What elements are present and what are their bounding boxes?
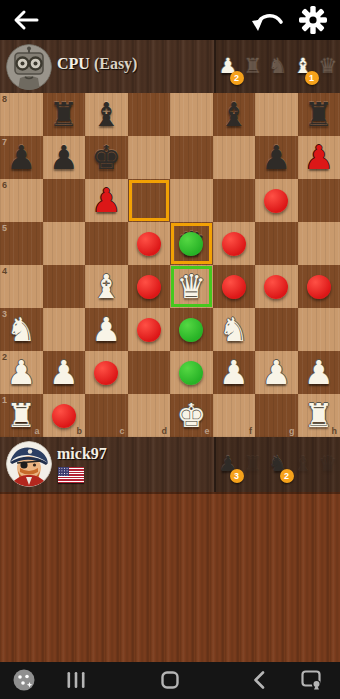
square-b8[interactable]: ♜ <box>43 93 86 136</box>
safe-move-dot <box>179 318 203 342</box>
player-name: mick97 <box>57 445 107 463</box>
rank-label: 4 <box>2 266 7 276</box>
rank-label: 6 <box>2 180 7 190</box>
black-pawn: ♟ <box>0 136 43 179</box>
file-label: g <box>289 426 295 436</box>
rank-label: 5 <box>2 223 7 233</box>
captured-queen-placeholder: ♛ <box>317 50 340 84</box>
square-e3[interactable] <box>170 308 213 351</box>
square-f3[interactable]: ♞ <box>213 308 256 351</box>
queen-icon: ♛ <box>319 454 338 475</box>
system-nav-bar <box>0 662 340 699</box>
square-a1[interactable]: ♜1a <box>0 394 43 437</box>
screen-touch-icon[interactable] <box>300 668 324 696</box>
back-nav-icon[interactable] <box>250 670 270 694</box>
white-king: ♚ <box>170 394 213 437</box>
square-a8[interactable]: 8 <box>0 93 43 136</box>
queen-icon: ♛ <box>319 56 338 77</box>
square-a7[interactable]: ♟7 <box>0 136 43 179</box>
rook-icon: ♜ <box>244 56 263 77</box>
captured-knight-placeholder: ♞ <box>267 50 290 84</box>
white-queen: ♛ <box>170 265 213 308</box>
square-c2[interactable] <box>85 351 128 394</box>
captured-bishop-placeholder: ♝ <box>292 448 315 482</box>
square-c6[interactable]: ♟ <box>85 179 128 222</box>
chess-board: 8♜♝♝♜♟7♟♚♟♟6♟5♛4♝♛♞3♟♞♟2♟♟♟♟♜1abcd♚efg♜h <box>0 93 340 437</box>
square-f8[interactable]: ♝ <box>213 93 256 136</box>
black-rook: ♜ <box>43 93 86 136</box>
captured-queen-placeholder: ♛ <box>317 448 340 482</box>
square-b5[interactable] <box>43 222 86 265</box>
square-h4[interactable] <box>298 265 340 308</box>
square-g7[interactable]: ♟ <box>255 136 298 179</box>
file-label: b <box>77 426 83 436</box>
white-pawn: ♟ <box>85 308 128 351</box>
square-e8[interactable] <box>170 93 213 136</box>
back-arrow-icon[interactable] <box>10 7 40 37</box>
square-d6[interactable] <box>128 179 171 222</box>
square-a6[interactable]: 6 <box>0 179 43 222</box>
square-f2[interactable]: ♟ <box>213 351 256 394</box>
recents-icon[interactable] <box>66 670 86 694</box>
square-g4[interactable] <box>255 265 298 308</box>
square-b7[interactable]: ♟ <box>43 136 86 179</box>
square-e2[interactable] <box>170 351 213 394</box>
unsafe-move-dot <box>137 318 161 342</box>
undo-icon[interactable] <box>250 6 286 38</box>
square-d2[interactable] <box>128 351 171 394</box>
unsafe-move-dot <box>137 275 161 299</box>
square-e6[interactable] <box>170 179 213 222</box>
square-d5[interactable] <box>128 222 171 265</box>
black-bishop: ♝ <box>85 93 128 136</box>
black-king: ♚ <box>85 136 128 179</box>
white-knight: ♞ <box>0 308 43 351</box>
square-a2[interactable]: ♟2 <box>0 351 43 394</box>
white-pawn: ♟ <box>255 351 298 394</box>
square-d7[interactable] <box>128 136 171 179</box>
captured-knight: ♞2 <box>267 448 290 482</box>
square-h6[interactable] <box>298 179 340 222</box>
us-flag-icon <box>58 467 84 483</box>
captured-pawn: ♟2 <box>217 50 240 84</box>
pirate-avatar <box>6 441 52 487</box>
unsafe-move-dot <box>264 189 288 213</box>
square-f5[interactable] <box>213 222 256 265</box>
white-pawn: ♟ <box>43 351 86 394</box>
square-g1[interactable]: g <box>255 394 298 437</box>
robot-avatar <box>6 44 52 90</box>
file-label: c <box>119 426 124 436</box>
square-h1[interactable]: ♜h <box>298 394 340 437</box>
black-rook: ♜ <box>298 93 340 136</box>
square-b6[interactable] <box>43 179 86 222</box>
square-d8[interactable] <box>128 93 171 136</box>
square-c4[interactable]: ♝ <box>85 265 128 308</box>
square-g8[interactable] <box>255 93 298 136</box>
square-h2[interactable]: ♟ <box>298 351 340 394</box>
square-f1[interactable]: f <box>213 394 256 437</box>
square-f6[interactable] <box>213 179 256 222</box>
opponent-name: CPU (Easy) <box>57 55 137 73</box>
captured-rook-placeholder: ♜ <box>242 448 265 482</box>
black-pawn: ♟ <box>85 179 128 222</box>
square-a3[interactable]: ♞3 <box>0 308 43 351</box>
square-h5[interactable] <box>298 222 340 265</box>
opponent-bar: CPU (Easy) ♟2♜♞♝1♛ <box>0 40 340 93</box>
square-b1[interactable]: b <box>43 394 86 437</box>
unsafe-move-dot <box>52 404 76 428</box>
square-h7[interactable]: ♟ <box>298 136 340 179</box>
square-c5[interactable] <box>85 222 128 265</box>
settings-gear-icon[interactable] <box>298 5 328 39</box>
square-a4[interactable]: 4 <box>0 265 43 308</box>
square-g6[interactable] <box>255 179 298 222</box>
black-pawn: ♟ <box>43 136 86 179</box>
square-d4[interactable] <box>128 265 171 308</box>
game-launcher-icon[interactable] <box>12 668 36 696</box>
white-rook: ♜ <box>298 394 340 437</box>
square-e4[interactable]: ♛ <box>170 265 213 308</box>
black-bishop: ♝ <box>213 93 256 136</box>
file-label: f <box>249 426 252 436</box>
unsafe-move-dot <box>307 275 331 299</box>
white-rook: ♜ <box>0 394 43 437</box>
square-c7[interactable]: ♚ <box>85 136 128 179</box>
square-d3[interactable] <box>128 308 171 351</box>
square-g3[interactable] <box>255 308 298 351</box>
square-b2[interactable]: ♟ <box>43 351 86 394</box>
square-b3[interactable] <box>43 308 86 351</box>
rank-label: 8 <box>2 94 7 104</box>
square-f4[interactable] <box>213 265 256 308</box>
bishop-icon: ♝ <box>294 454 313 475</box>
square-c1[interactable]: c <box>85 394 128 437</box>
captured-bishop: ♝1 <box>292 50 315 84</box>
square-f7[interactable] <box>213 136 256 179</box>
white-bishop: ♝ <box>85 265 128 308</box>
knight-icon: ♞ <box>269 56 288 77</box>
square-h8[interactable]: ♜ <box>298 93 340 136</box>
square-c3[interactable]: ♟ <box>85 308 128 351</box>
safe-move-dot <box>179 361 203 385</box>
opponent-level: (Easy) <box>94 55 138 72</box>
unsafe-move-dot <box>137 232 161 256</box>
captured-pawn: ♟3 <box>217 448 240 482</box>
square-d1[interactable]: d <box>128 394 171 437</box>
square-g2[interactable]: ♟ <box>255 351 298 394</box>
white-pawn: ♟ <box>298 351 340 394</box>
player-captured-tray: ♟3♜♞2♝♛ <box>214 437 340 492</box>
square-a5[interactable]: 5 <box>0 222 43 265</box>
square-e5[interactable]: ♛ <box>170 222 213 265</box>
unsafe-move-dot <box>94 361 118 385</box>
white-pawn: ♟ <box>213 351 256 394</box>
unsafe-move-dot <box>264 275 288 299</box>
square-e1[interactable]: ♚e <box>170 394 213 437</box>
square-c8[interactable]: ♝ <box>85 93 128 136</box>
black-pawn: ♟ <box>255 136 298 179</box>
square-e7[interactable] <box>170 136 213 179</box>
safe-move-dot <box>179 232 203 256</box>
white-pawn: ♟ <box>0 351 43 394</box>
unsafe-move-dot <box>222 275 246 299</box>
app-screen: CPU (Easy) ♟2♜♞♝1♛ 8♜♝♝♜♟7♟♚♟♟6♟5♛4♝♛♞3♟… <box>0 0 340 699</box>
opponent-captured-tray: ♟2♜♞♝1♛ <box>214 40 340 93</box>
square-g5[interactable] <box>255 222 298 265</box>
player-bar: mick97 ♟3♜♞2♝♛ <box>0 437 340 492</box>
file-label: d <box>162 426 168 436</box>
last-move-highlight <box>129 180 170 221</box>
unsafe-move-dot <box>222 232 246 256</box>
top-bar <box>0 0 340 40</box>
black-pawn: ♟ <box>298 136 340 179</box>
wood-background <box>0 492 340 662</box>
square-h3[interactable] <box>298 308 340 351</box>
square-b4[interactable] <box>43 265 86 308</box>
rook-icon: ♜ <box>244 454 263 475</box>
captured-rook-placeholder: ♜ <box>242 50 265 84</box>
home-icon[interactable] <box>160 670 180 694</box>
white-knight: ♞ <box>213 308 256 351</box>
